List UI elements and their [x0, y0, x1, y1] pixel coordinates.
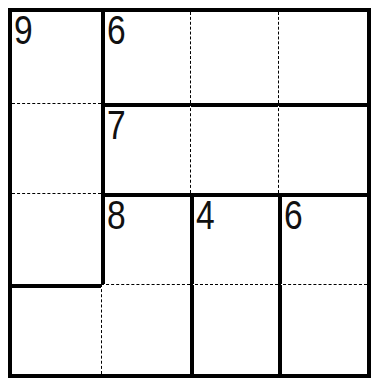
cage-sum: 6 — [107, 10, 126, 50]
cell-r2c1[interactable]: 8 — [101, 193, 190, 284]
cell-r1c2[interactable] — [190, 103, 279, 194]
cell-r3c2[interactable] — [190, 284, 279, 375]
cell-r0c3[interactable] — [278, 12, 367, 103]
puzzle-board: 967846 — [8, 8, 371, 378]
cell-r0c2[interactable] — [190, 12, 279, 103]
cell-r0c0[interactable]: 9 — [12, 12, 101, 103]
cage-sum: 4 — [196, 195, 215, 235]
cell-r1c1[interactable]: 7 — [101, 103, 190, 194]
cell-r3c3[interactable] — [278, 284, 367, 375]
cell-r1c3[interactable] — [278, 103, 367, 194]
cell-r0c1[interactable]: 6 — [101, 12, 190, 103]
cage-sum: 7 — [107, 105, 126, 145]
cage-sum: 9 — [14, 10, 33, 50]
cell-r2c2[interactable]: 4 — [190, 193, 279, 284]
cage-sum: 6 — [284, 195, 303, 235]
cell-r1c0[interactable] — [12, 103, 101, 194]
cage-sum: 8 — [107, 195, 126, 235]
cell-r3c1[interactable] — [101, 284, 190, 375]
cell-r3c0[interactable] — [12, 284, 101, 375]
cell-r2c0[interactable] — [12, 193, 101, 284]
cell-r2c3[interactable]: 6 — [278, 193, 367, 284]
